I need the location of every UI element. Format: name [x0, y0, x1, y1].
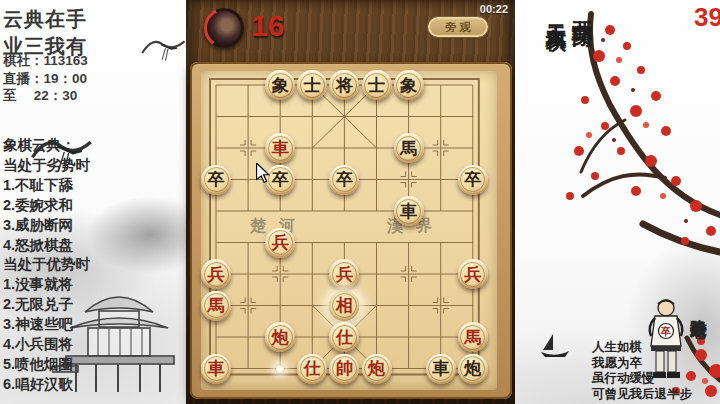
piece-black-卒[interactable]: 卒 [329, 165, 359, 195]
club-id-line: 棋社：113163 [3, 52, 88, 70]
stream-time-line2: 至 22：30 [3, 87, 88, 105]
piece-red-炮[interactable]: 炮 [362, 354, 392, 384]
piece-black-象[interactable]: 象 [394, 70, 424, 100]
crane-icon [138, 28, 186, 68]
stream-time-line: 直播：19：00 [3, 70, 88, 88]
piece-red-相[interactable]: 相 [329, 291, 359, 321]
piece-black-象[interactable]: 象 [265, 70, 295, 100]
tips-line: 当处于劣势时 [3, 156, 90, 176]
tips-line: 1.没事就将 [3, 275, 90, 295]
club-vertical-text: 天天象棋 [542, 8, 570, 16]
piece-black-卒[interactable]: 卒 [201, 165, 231, 195]
left-panel: 云典在手 业三我有 棋社：113163 直播：19：00 至 22：30 象棋云… [0, 0, 186, 404]
piece-red-仕[interactable]: 仕 [297, 354, 327, 384]
piece-red-兵[interactable]: 兵 [201, 259, 231, 289]
piece-red-馬[interactable]: 馬 [201, 291, 231, 321]
piece-red-車[interactable]: 車 [265, 133, 295, 163]
role-vertical-text: 业三守门员 [568, 4, 596, 9]
piece-red-車[interactable]: 車 [201, 354, 231, 384]
tips-line: 当处于优势时 [3, 255, 90, 275]
stream-stats: 棋社：113163 直播：19：00 至 22：30 [3, 52, 88, 105]
tips-line: 5.喷他烟圈 [3, 355, 90, 375]
tips-line: 4.小兵围将 [3, 335, 90, 355]
corner-number: 39 [694, 2, 720, 33]
poem-line: 我愿为卒 [592, 356, 692, 372]
piece-black-馬[interactable]: 馬 [394, 133, 424, 163]
piece-black-卒[interactable]: 卒 [458, 165, 488, 195]
tips-line: 3.神速些吧 [3, 315, 90, 335]
piece-red-帥[interactable]: 帥 [329, 354, 359, 384]
tips-line: 4.怒掀棋盘 [3, 236, 90, 256]
tips-line: 3.威胁断网 [3, 216, 90, 236]
svg-text:卒: 卒 [660, 326, 671, 337]
game-clock: 00:22 [440, 3, 508, 15]
poem-line: 可曾见我后退半步 [592, 387, 692, 403]
piece-black-炮[interactable]: 炮 [458, 354, 488, 384]
last-move-origin-marker [275, 364, 285, 374]
avatar-photo [207, 11, 241, 45]
piece-black-車[interactable]: 車 [394, 196, 424, 226]
boat-icon [539, 332, 571, 362]
piece-black-士[interactable]: 士 [362, 70, 392, 100]
tips-line: 象棋云典： [3, 136, 90, 156]
tips-line: 6.唱好汉歌 [3, 375, 90, 395]
signature-vertical-text: 路边摊老云 [687, 305, 710, 310]
poem-line: 人生如棋 [592, 340, 692, 356]
piece-red-兵[interactable]: 兵 [458, 259, 488, 289]
poem-block: 人生如棋 我愿为卒 虽行动缓慢 可曾见我后退半步 [592, 340, 692, 402]
move-timer-count: 16 [251, 9, 284, 43]
tips-line: 2.委婉求和 [3, 196, 90, 216]
mouse-cursor [256, 163, 270, 183]
piece-black-車[interactable]: 車 [426, 354, 456, 384]
player-avatar[interactable] [204, 8, 244, 48]
left-banner-line1: 云典在手 [3, 6, 87, 33]
poem-line: 虽行动缓慢 [592, 371, 692, 387]
app-window: 云典在手 业三我有 棋社：113163 直播：19：00 至 22：30 象棋云… [0, 0, 720, 404]
piece-red-馬[interactable]: 馬 [458, 322, 488, 352]
tips-line: 2.无限兑子 [3, 295, 90, 315]
right-panel: 卒 39 天天象棋 业三守门员 路边摊老云 人生如棋 我愿为卒 虽行动缓慢 可曾… [515, 0, 720, 404]
piece-red-兵[interactable]: 兵 [265, 228, 295, 258]
piece-red-炮[interactable]: 炮 [265, 322, 295, 352]
tips-line: 1.不耻下舔 [3, 176, 90, 196]
spectate-button[interactable]: 旁观 [428, 17, 488, 37]
tips-list: 象棋云典： 当处于劣势时 1.不耻下舔 2.委婉求和 3.威胁断网 4.怒掀棋盘… [3, 136, 90, 395]
